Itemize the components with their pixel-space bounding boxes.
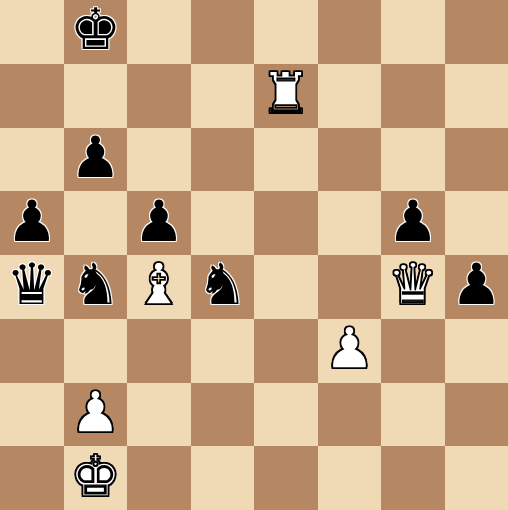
square-e1[interactable] (254, 446, 318, 510)
square-a1[interactable] (0, 446, 64, 510)
square-b7[interactable] (64, 64, 128, 128)
square-a8[interactable] (0, 0, 64, 64)
square-f8[interactable] (318, 0, 382, 64)
square-e8[interactable] (254, 0, 318, 64)
square-b3[interactable] (64, 319, 128, 383)
square-f4[interactable] (318, 255, 382, 319)
square-d7[interactable] (191, 64, 255, 128)
black-knight[interactable]: ♞ (197, 256, 248, 313)
square-a3[interactable] (0, 319, 64, 383)
square-d1[interactable] (191, 446, 255, 510)
square-g8[interactable] (381, 0, 445, 64)
square-d6[interactable] (191, 128, 255, 192)
square-d3[interactable] (191, 319, 255, 383)
black-pawn[interactable]: ♟ (451, 256, 502, 313)
square-g6[interactable] (381, 128, 445, 192)
square-b5[interactable] (64, 191, 128, 255)
square-h5[interactable] (445, 191, 508, 255)
square-c8[interactable] (127, 0, 191, 64)
square-c1[interactable] (127, 446, 191, 510)
square-b6[interactable]: ♟ (64, 128, 128, 192)
black-knight[interactable]: ♞ (70, 256, 121, 313)
square-e2[interactable] (254, 383, 318, 447)
square-f2[interactable] (318, 383, 382, 447)
square-a7[interactable] (0, 64, 64, 128)
square-h8[interactable] (445, 0, 508, 64)
white-pawn[interactable]: ♟ (70, 384, 121, 441)
square-e7[interactable]: ♜ (254, 64, 318, 128)
square-d4[interactable]: ♞ (191, 255, 255, 319)
square-b2[interactable]: ♟ (64, 383, 128, 447)
square-b1[interactable]: ♚ (64, 446, 128, 510)
square-h2[interactable] (445, 383, 508, 447)
square-e5[interactable] (254, 191, 318, 255)
black-queen[interactable]: ♛ (6, 256, 57, 313)
square-h7[interactable] (445, 64, 508, 128)
square-d5[interactable] (191, 191, 255, 255)
square-a2[interactable] (0, 383, 64, 447)
chess-board: ♚♜♟♟♟♟♛♞♝♞♛♟♟♟♚ (0, 0, 508, 510)
square-h6[interactable] (445, 128, 508, 192)
square-f6[interactable] (318, 128, 382, 192)
chess-board-container: ♚♜♟♟♟♟♛♞♝♞♛♟♟♟♚ (0, 0, 508, 510)
white-king[interactable]: ♚ (70, 448, 121, 505)
square-e3[interactable] (254, 319, 318, 383)
square-h3[interactable] (445, 319, 508, 383)
square-f7[interactable] (318, 64, 382, 128)
square-d8[interactable] (191, 0, 255, 64)
white-rook[interactable]: ♜ (260, 65, 311, 122)
black-pawn[interactable]: ♟ (133, 193, 184, 250)
square-h1[interactable] (445, 446, 508, 510)
square-a4[interactable]: ♛ (0, 255, 64, 319)
square-c3[interactable] (127, 319, 191, 383)
square-g1[interactable] (381, 446, 445, 510)
square-g3[interactable] (381, 319, 445, 383)
square-f5[interactable] (318, 191, 382, 255)
square-g2[interactable] (381, 383, 445, 447)
square-h4[interactable]: ♟ (445, 255, 508, 319)
square-f3[interactable]: ♟ (318, 319, 382, 383)
black-pawn[interactable]: ♟ (70, 129, 121, 186)
square-g5[interactable]: ♟ (381, 191, 445, 255)
square-c4[interactable]: ♝ (127, 255, 191, 319)
square-f1[interactable] (318, 446, 382, 510)
square-g7[interactable] (381, 64, 445, 128)
black-pawn[interactable]: ♟ (6, 193, 57, 250)
square-b4[interactable]: ♞ (64, 255, 128, 319)
square-e4[interactable] (254, 255, 318, 319)
square-c2[interactable] (127, 383, 191, 447)
square-c6[interactable] (127, 128, 191, 192)
square-d2[interactable] (191, 383, 255, 447)
square-g4[interactable]: ♛ (381, 255, 445, 319)
square-b8[interactable]: ♚ (64, 0, 128, 64)
white-pawn[interactable]: ♟ (324, 320, 375, 377)
square-a6[interactable] (0, 128, 64, 192)
white-bishop[interactable]: ♝ (133, 256, 184, 313)
white-queen[interactable]: ♛ (387, 256, 438, 313)
square-a5[interactable]: ♟ (0, 191, 64, 255)
black-pawn[interactable]: ♟ (387, 193, 438, 250)
black-king[interactable]: ♚ (70, 1, 121, 58)
square-e6[interactable] (254, 128, 318, 192)
square-c7[interactable] (127, 64, 191, 128)
square-c5[interactable]: ♟ (127, 191, 191, 255)
